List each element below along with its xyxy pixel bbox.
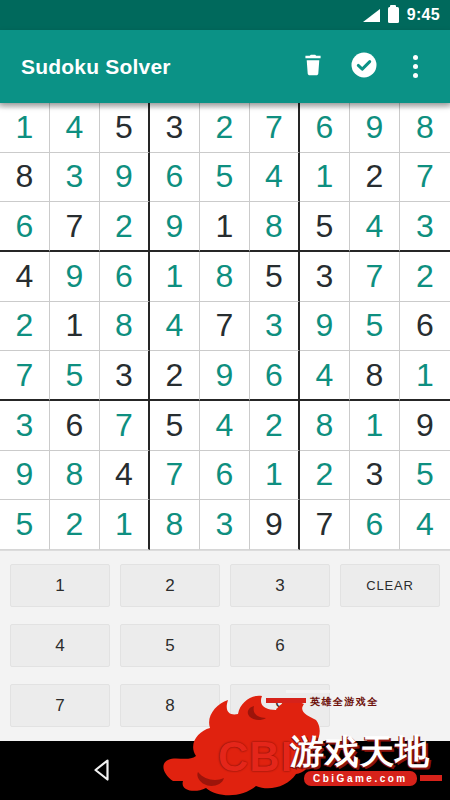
cell-r1c3[interactable]: 5 xyxy=(100,103,150,153)
cell-r8c5[interactable]: 6 xyxy=(200,451,250,501)
cell-r4c8[interactable]: 7 xyxy=(350,252,400,302)
cell-r4c2[interactable]: 9 xyxy=(50,252,100,302)
cell-r3c4[interactable]: 9 xyxy=(150,202,200,252)
cell-r8c1[interactable]: 9 xyxy=(0,451,50,501)
digit-button-9[interactable]: 9 xyxy=(230,684,330,727)
digit-button-1[interactable]: 1 xyxy=(10,564,110,607)
digit-button-8[interactable]: 8 xyxy=(120,684,220,727)
digit-button-5[interactable]: 5 xyxy=(120,624,220,667)
cell-r1c2[interactable]: 4 xyxy=(50,103,100,153)
app-bar: Sudoku Solver xyxy=(0,30,450,103)
cell-r5c7[interactable]: 9 xyxy=(300,302,350,352)
cell-r4c4[interactable]: 1 xyxy=(150,252,200,302)
cell-r8c9[interactable]: 5 xyxy=(400,451,450,501)
cell-r4c3[interactable]: 6 xyxy=(100,252,150,302)
sudoku-board: 1453276988396541276729185434961853722184… xyxy=(0,103,450,550)
cell-r4c5[interactable]: 8 xyxy=(200,252,250,302)
cell-r8c3[interactable]: 4 xyxy=(100,451,150,501)
digit-button-4[interactable]: 4 xyxy=(10,624,110,667)
cell-r6c7[interactable]: 4 xyxy=(300,351,350,401)
cell-r2c3[interactable]: 9 xyxy=(100,153,150,203)
battery-icon xyxy=(388,7,399,23)
cell-r1c5[interactable]: 2 xyxy=(200,103,250,153)
cell-r4c6[interactable]: 5 xyxy=(250,252,300,302)
cell-r7c2[interactable]: 6 xyxy=(50,401,100,451)
cell-r9c5[interactable]: 3 xyxy=(200,500,250,550)
delete-button[interactable] xyxy=(292,46,334,88)
page-title: Sudoku Solver xyxy=(21,55,292,79)
cell-r9c4[interactable]: 8 xyxy=(150,500,200,550)
digit-button-6[interactable]: 6 xyxy=(230,624,330,667)
clear-button[interactable]: CLEAR xyxy=(340,564,440,607)
cell-r3c6[interactable]: 8 xyxy=(250,202,300,252)
cell-r3c2[interactable]: 7 xyxy=(50,202,100,252)
cell-r1c4[interactable]: 3 xyxy=(150,103,200,153)
back-icon xyxy=(88,756,116,787)
cell-r3c3[interactable]: 2 xyxy=(100,202,150,252)
cell-r2c1[interactable]: 8 xyxy=(0,153,50,203)
cell-r9c1[interactable]: 5 xyxy=(0,500,50,550)
cell-r5c9[interactable]: 6 xyxy=(400,302,450,352)
cell-r6c9[interactable]: 1 xyxy=(400,351,450,401)
more-vert-icon xyxy=(413,55,418,78)
cell-r8c8[interactable]: 3 xyxy=(350,451,400,501)
cell-r6c8[interactable]: 8 xyxy=(350,351,400,401)
cell-r2c2[interactable]: 3 xyxy=(50,153,100,203)
cell-r6c6[interactable]: 6 xyxy=(250,351,300,401)
cell-r3c1[interactable]: 6 xyxy=(0,202,50,252)
cell-r6c4[interactable]: 2 xyxy=(150,351,200,401)
cell-r8c4[interactable]: 7 xyxy=(150,451,200,501)
cell-r3c9[interactable]: 3 xyxy=(400,202,450,252)
cell-r7c4[interactable]: 5 xyxy=(150,401,200,451)
status-time: 9:45 xyxy=(407,6,440,24)
cell-r2c4[interactable]: 6 xyxy=(150,153,200,203)
digit-button-2[interactable]: 2 xyxy=(120,564,220,607)
cell-r6c5[interactable]: 9 xyxy=(200,351,250,401)
cell-r9c8[interactable]: 6 xyxy=(350,500,400,550)
cell-r3c5[interactable]: 1 xyxy=(200,202,250,252)
cell-r2c5[interactable]: 5 xyxy=(200,153,250,203)
cell-r9c6[interactable]: 9 xyxy=(250,500,300,550)
trash-icon xyxy=(300,52,326,81)
app-bar-actions xyxy=(292,46,436,88)
cell-r6c2[interactable]: 5 xyxy=(50,351,100,401)
cell-r3c7[interactable]: 5 xyxy=(300,202,350,252)
solve-button[interactable] xyxy=(343,46,385,88)
cell-r5c2[interactable]: 1 xyxy=(50,302,100,352)
cell-r9c2[interactable]: 2 xyxy=(50,500,100,550)
cell-r9c3[interactable]: 1 xyxy=(100,500,150,550)
cell-r7c3[interactable]: 7 xyxy=(100,401,150,451)
cell-r5c3[interactable]: 8 xyxy=(100,302,150,352)
digit-button-3[interactable]: 3 xyxy=(230,564,330,607)
cell-r5c5[interactable]: 7 xyxy=(200,302,250,352)
cell-r6c1[interactable]: 7 xyxy=(0,351,50,401)
cell-r7c7[interactable]: 8 xyxy=(300,401,350,451)
cell-r6c3[interactable]: 3 xyxy=(100,351,150,401)
cell-r7c5[interactable]: 4 xyxy=(200,401,250,451)
cell-r8c2[interactable]: 8 xyxy=(50,451,100,501)
cell-r5c1[interactable]: 2 xyxy=(0,302,50,352)
cell-r7c6[interactable]: 2 xyxy=(250,401,300,451)
cell-r5c8[interactable]: 5 xyxy=(350,302,400,352)
status-bar: 9:45 xyxy=(0,0,450,30)
digit-button-7[interactable]: 7 xyxy=(10,684,110,727)
cell-r9c7[interactable]: 7 xyxy=(300,500,350,550)
cell-r5c6[interactable]: 3 xyxy=(250,302,300,352)
cell-r1c8[interactable]: 9 xyxy=(350,103,400,153)
cell-r2c9[interactable]: 7 xyxy=(400,153,450,203)
cell-r7c8[interactable]: 1 xyxy=(350,401,400,451)
cell-r8c7[interactable]: 2 xyxy=(300,451,350,501)
cell-r2c6[interactable]: 4 xyxy=(250,153,300,203)
cell-r1c1[interactable]: 1 xyxy=(0,103,50,153)
cell-r1c7[interactable]: 6 xyxy=(300,103,350,153)
signal-icon xyxy=(363,9,380,22)
check-circle-icon xyxy=(349,50,379,83)
cell-r2c8[interactable]: 2 xyxy=(350,153,400,203)
cell-r8c6[interactable]: 1 xyxy=(250,451,300,501)
overflow-menu-button[interactable] xyxy=(394,46,436,88)
number-keypad: 123CLEAR456789 xyxy=(0,550,450,741)
cell-r1c9[interactable]: 8 xyxy=(400,103,450,153)
cell-r1c6[interactable]: 7 xyxy=(250,103,300,153)
cell-r5c4[interactable]: 4 xyxy=(150,302,200,352)
cell-r2c7[interactable]: 1 xyxy=(300,153,350,203)
back-button[interactable] xyxy=(86,755,118,787)
cell-r4c1[interactable]: 4 xyxy=(0,252,50,302)
cell-r9c9[interactable]: 4 xyxy=(400,500,450,550)
cell-r4c7[interactable]: 3 xyxy=(300,252,350,302)
cell-r4c9[interactable]: 2 xyxy=(400,252,450,302)
cell-r3c8[interactable]: 4 xyxy=(350,202,400,252)
android-nav-bar xyxy=(0,741,450,800)
cell-r7c1[interactable]: 3 xyxy=(0,401,50,451)
cell-r7c9[interactable]: 9 xyxy=(400,401,450,451)
